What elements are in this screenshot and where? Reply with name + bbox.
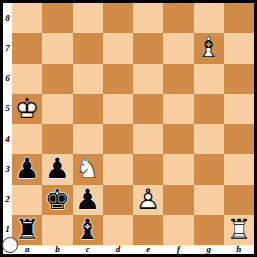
square-f4[interactable] — [163, 124, 193, 154]
square-h3[interactable] — [224, 154, 254, 184]
square-f6[interactable] — [163, 64, 193, 94]
square-a2[interactable] — [12, 185, 42, 215]
square-b4[interactable] — [42, 124, 72, 154]
pawn-solid: ♟ — [12, 154, 42, 184]
square-d1[interactable] — [103, 215, 133, 245]
square-d4[interactable] — [103, 124, 133, 154]
square-g2[interactable] — [194, 185, 224, 215]
white-bishop[interactable]: ♝♗ — [194, 33, 224, 63]
black-king[interactable]: ♚ — [42, 185, 72, 215]
king-outline: ♔ — [12, 94, 42, 124]
rank-label-5: 5 — [3, 94, 12, 124]
square-f3[interactable] — [163, 154, 193, 184]
square-b5[interactable] — [42, 94, 72, 124]
rank-label-2: 2 — [3, 185, 12, 215]
square-h5[interactable] — [224, 94, 254, 124]
file-label-b: b — [42, 245, 72, 254]
square-b2[interactable]: ♚ — [42, 185, 72, 215]
square-d2[interactable] — [103, 185, 133, 215]
square-h6[interactable] — [224, 64, 254, 94]
king-solid: ♚ — [42, 185, 72, 215]
square-c4[interactable] — [73, 124, 103, 154]
pawn-solid: ♟ — [73, 185, 103, 215]
white-pawn[interactable]: ♟♙ — [133, 185, 163, 215]
square-e3[interactable] — [133, 154, 163, 184]
square-e8[interactable] — [133, 3, 163, 33]
square-b7[interactable] — [42, 33, 72, 63]
square-a7[interactable] — [12, 33, 42, 63]
white-king[interactable]: ♚♔ — [12, 94, 42, 124]
file-labels: abcdefgh — [12, 245, 254, 254]
white-to-move-indicator — [2, 237, 18, 253]
square-g6[interactable] — [194, 64, 224, 94]
square-c5[interactable] — [73, 94, 103, 124]
file-label-d: d — [103, 245, 133, 254]
square-a8[interactable] — [12, 3, 42, 33]
rank-label-3: 3 — [3, 154, 12, 184]
square-g7[interactable]: ♝♗ — [194, 33, 224, 63]
square-c1[interactable]: ♝ — [73, 215, 103, 245]
square-c6[interactable] — [73, 64, 103, 94]
pawn-solid: ♟ — [42, 154, 72, 184]
square-g4[interactable] — [194, 124, 224, 154]
file-label-f: f — [163, 245, 193, 254]
square-b8[interactable] — [42, 3, 72, 33]
square-d3[interactable] — [103, 154, 133, 184]
square-e5[interactable] — [133, 94, 163, 124]
square-h7[interactable] — [224, 33, 254, 63]
square-c2[interactable]: ♟ — [73, 185, 103, 215]
file-label-g: g — [194, 245, 224, 254]
square-h8[interactable] — [224, 3, 254, 33]
black-bishop[interactable]: ♝ — [73, 215, 103, 245]
square-c3[interactable]: ♞♘ — [73, 154, 103, 184]
square-f1[interactable] — [163, 215, 193, 245]
board-grid: ♝♗♚♔♟♟♞♘♚♟♟♙♜♝♜♖ — [12, 3, 254, 245]
square-a6[interactable] — [12, 64, 42, 94]
square-d7[interactable] — [103, 33, 133, 63]
square-g8[interactable] — [194, 3, 224, 33]
square-b3[interactable]: ♟ — [42, 154, 72, 184]
knight-outline: ♘ — [73, 154, 103, 184]
square-e2[interactable]: ♟♙ — [133, 185, 163, 215]
square-f2[interactable] — [163, 185, 193, 215]
rank-label-7: 7 — [3, 33, 12, 63]
square-h2[interactable] — [224, 185, 254, 215]
square-e7[interactable] — [133, 33, 163, 63]
square-d6[interactable] — [103, 64, 133, 94]
square-b6[interactable] — [42, 64, 72, 94]
square-d8[interactable] — [103, 3, 133, 33]
black-pawn[interactable]: ♟ — [12, 154, 42, 184]
black-pawn[interactable]: ♟ — [73, 185, 103, 215]
square-h4[interactable] — [224, 124, 254, 154]
square-a3[interactable]: ♟ — [12, 154, 42, 184]
square-e4[interactable] — [133, 124, 163, 154]
bishop-outline: ♗ — [194, 33, 224, 63]
rank-label-8: 8 — [3, 3, 12, 33]
square-f7[interactable] — [163, 33, 193, 63]
file-label-h: h — [224, 245, 254, 254]
chess-diagram: 87654321 ♝♗♚♔♟♟♞♘♚♟♟♙♜♝♜♖ abcdefgh — [0, 0, 257, 257]
square-e1[interactable] — [133, 215, 163, 245]
square-g5[interactable] — [194, 94, 224, 124]
rank-labels: 87654321 — [3, 3, 12, 245]
square-c7[interactable] — [73, 33, 103, 63]
black-pawn[interactable]: ♟ — [42, 154, 72, 184]
square-g3[interactable] — [194, 154, 224, 184]
rook-outline: ♖ — [224, 215, 254, 245]
square-b1[interactable] — [42, 215, 72, 245]
square-f5[interactable] — [163, 94, 193, 124]
square-e6[interactable] — [133, 64, 163, 94]
pawn-outline: ♙ — [133, 185, 163, 215]
square-d5[interactable] — [103, 94, 133, 124]
white-knight[interactable]: ♞♘ — [73, 154, 103, 184]
square-c8[interactable] — [73, 3, 103, 33]
white-rook[interactable]: ♜♖ — [224, 215, 254, 245]
file-label-e: e — [133, 245, 163, 254]
square-f8[interactable] — [163, 3, 193, 33]
rank-label-6: 6 — [3, 64, 12, 94]
square-a5[interactable]: ♚♔ — [12, 94, 42, 124]
square-a4[interactable] — [12, 124, 42, 154]
file-label-c: c — [73, 245, 103, 254]
square-g1[interactable] — [194, 215, 224, 245]
rank-label-4: 4 — [3, 124, 12, 154]
square-h1[interactable]: ♜♖ — [224, 215, 254, 245]
bishop-solid: ♝ — [73, 215, 103, 245]
